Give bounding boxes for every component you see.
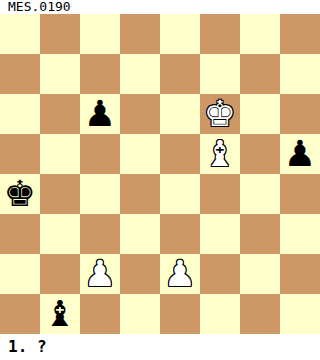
square-f8[interactable] [200, 14, 240, 54]
square-b7[interactable] [40, 54, 80, 94]
square-d8[interactable] [120, 14, 160, 54]
square-g5[interactable] [240, 134, 280, 174]
square-f7[interactable] [200, 54, 240, 94]
piece-black-king: ♚ [4, 174, 36, 214]
square-e4[interactable] [160, 174, 200, 214]
square-g6[interactable] [240, 94, 280, 134]
square-e1[interactable] [160, 294, 200, 334]
square-c7[interactable] [80, 54, 120, 94]
square-a2[interactable] [0, 254, 40, 294]
square-c6[interactable]: ♟ [80, 94, 120, 134]
square-c8[interactable] [80, 14, 120, 54]
square-b6[interactable] [40, 94, 80, 134]
square-b5[interactable] [40, 134, 80, 174]
square-f6[interactable]: ♚ [200, 94, 240, 134]
square-f2[interactable] [200, 254, 240, 294]
square-h6[interactable] [280, 94, 320, 134]
piece-black-bishop: ♝ [44, 294, 76, 334]
square-g8[interactable] [240, 14, 280, 54]
piece-white-pawn: ♟ [84, 254, 116, 294]
move-prompt: 1. ? [0, 334, 320, 355]
square-b1[interactable]: ♝ [40, 294, 80, 334]
square-f1[interactable] [200, 294, 240, 334]
square-d5[interactable] [120, 134, 160, 174]
square-e8[interactable] [160, 14, 200, 54]
square-d4[interactable] [120, 174, 160, 214]
piece-white-king: ♚ [204, 94, 236, 134]
square-d1[interactable] [120, 294, 160, 334]
square-f4[interactable] [200, 174, 240, 214]
square-f5[interactable]: ♝ [200, 134, 240, 174]
square-e7[interactable] [160, 54, 200, 94]
square-h4[interactable] [280, 174, 320, 214]
square-c2[interactable]: ♟ [80, 254, 120, 294]
square-b4[interactable] [40, 174, 80, 214]
square-c5[interactable] [80, 134, 120, 174]
square-a6[interactable] [0, 94, 40, 134]
square-c3[interactable] [80, 214, 120, 254]
square-d2[interactable] [120, 254, 160, 294]
square-b3[interactable] [40, 214, 80, 254]
square-h1[interactable] [280, 294, 320, 334]
square-b8[interactable] [40, 14, 80, 54]
square-a4[interactable]: ♚ [0, 174, 40, 214]
square-h5[interactable]: ♟ [280, 134, 320, 174]
square-a3[interactable] [0, 214, 40, 254]
square-a1[interactable] [0, 294, 40, 334]
piece-black-pawn: ♟ [84, 94, 116, 134]
chess-board: ♟♚♝♟♚♟♟♝ [0, 14, 320, 334]
square-b2[interactable] [40, 254, 80, 294]
piece-black-pawn: ♟ [284, 134, 316, 174]
square-g4[interactable] [240, 174, 280, 214]
square-d7[interactable] [120, 54, 160, 94]
square-h3[interactable] [280, 214, 320, 254]
chess-diagram-page: MES.0190 ♟♚♝♟♚♟♟♝ 1. ? [0, 0, 320, 360]
square-c1[interactable] [80, 294, 120, 334]
square-a7[interactable] [0, 54, 40, 94]
square-e5[interactable] [160, 134, 200, 174]
puzzle-id: MES.0190 [0, 0, 320, 14]
square-e2[interactable]: ♟ [160, 254, 200, 294]
square-g2[interactable] [240, 254, 280, 294]
square-h8[interactable] [280, 14, 320, 54]
square-e6[interactable] [160, 94, 200, 134]
square-a5[interactable] [0, 134, 40, 174]
square-h2[interactable] [280, 254, 320, 294]
square-h7[interactable] [280, 54, 320, 94]
square-g1[interactable] [240, 294, 280, 334]
square-e3[interactable] [160, 214, 200, 254]
square-d6[interactable] [120, 94, 160, 134]
piece-white-pawn: ♟ [164, 254, 196, 294]
square-a8[interactable] [0, 14, 40, 54]
square-c4[interactable] [80, 174, 120, 214]
square-d3[interactable] [120, 214, 160, 254]
square-g3[interactable] [240, 214, 280, 254]
square-f3[interactable] [200, 214, 240, 254]
square-g7[interactable] [240, 54, 280, 94]
piece-white-bishop: ♝ [204, 134, 236, 174]
